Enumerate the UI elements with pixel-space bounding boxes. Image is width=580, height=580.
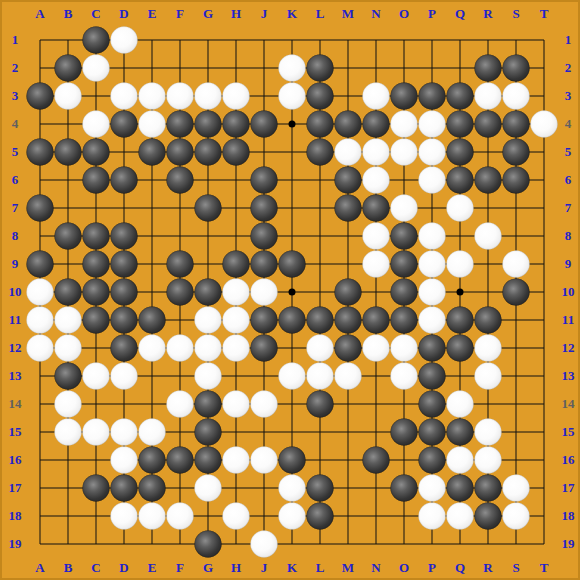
black-stone xyxy=(503,111,530,138)
white-stone xyxy=(279,503,306,530)
col-label: O xyxy=(399,560,409,576)
white-stone xyxy=(83,55,110,82)
row-label: 2 xyxy=(565,60,572,76)
black-stone xyxy=(195,419,222,446)
white-stone xyxy=(167,83,194,110)
black-stone xyxy=(83,139,110,166)
col-label: J xyxy=(261,6,268,22)
black-stone xyxy=(363,195,390,222)
white-stone xyxy=(223,391,250,418)
black-stone xyxy=(195,279,222,306)
white-stone xyxy=(363,223,390,250)
white-stone xyxy=(447,447,474,474)
row-label: 16 xyxy=(562,452,575,468)
white-stone xyxy=(139,335,166,362)
black-stone xyxy=(251,111,278,138)
row-label: 1 xyxy=(565,32,572,48)
white-stone xyxy=(531,111,558,138)
row-label: 3 xyxy=(565,88,572,104)
white-stone xyxy=(363,139,390,166)
col-label: R xyxy=(483,560,492,576)
black-stone xyxy=(83,27,110,54)
row-label: 7 xyxy=(12,200,19,216)
white-stone xyxy=(167,335,194,362)
black-stone xyxy=(503,55,530,82)
col-label: N xyxy=(371,560,380,576)
white-stone xyxy=(111,447,138,474)
white-stone xyxy=(391,363,418,390)
white-stone xyxy=(335,139,362,166)
row-label: 11 xyxy=(562,312,574,328)
black-stone xyxy=(111,251,138,278)
white-stone xyxy=(251,447,278,474)
row-label: 8 xyxy=(12,228,19,244)
white-stone xyxy=(139,503,166,530)
black-stone xyxy=(139,139,166,166)
white-stone xyxy=(111,503,138,530)
black-stone xyxy=(419,391,446,418)
col-label: G xyxy=(203,6,213,22)
row-label: 7 xyxy=(565,200,572,216)
black-stone xyxy=(251,167,278,194)
white-stone xyxy=(223,447,250,474)
black-stone xyxy=(363,447,390,474)
black-stone xyxy=(391,419,418,446)
black-stone xyxy=(335,279,362,306)
black-stone xyxy=(447,111,474,138)
black-stone xyxy=(167,167,194,194)
row-label: 6 xyxy=(565,172,572,188)
white-stone xyxy=(195,307,222,334)
black-stone xyxy=(195,111,222,138)
white-stone xyxy=(475,223,502,250)
row-label: 19 xyxy=(562,536,575,552)
black-stone xyxy=(391,223,418,250)
col-label: H xyxy=(231,560,241,576)
black-stone xyxy=(307,83,334,110)
black-stone xyxy=(419,447,446,474)
col-label: R xyxy=(483,6,492,22)
col-label: M xyxy=(342,560,354,576)
black-stone xyxy=(391,307,418,334)
white-stone xyxy=(111,363,138,390)
white-stone xyxy=(391,335,418,362)
white-stone xyxy=(55,391,82,418)
white-stone xyxy=(335,363,362,390)
white-stone xyxy=(251,279,278,306)
col-label: T xyxy=(540,560,549,576)
black-stone xyxy=(307,111,334,138)
black-stone xyxy=(195,391,222,418)
white-stone xyxy=(167,503,194,530)
row-label: 14 xyxy=(9,396,22,412)
white-stone xyxy=(475,335,502,362)
black-stone xyxy=(335,307,362,334)
row-label: 12 xyxy=(562,340,575,356)
black-stone xyxy=(279,307,306,334)
col-label: M xyxy=(342,6,354,22)
black-stone xyxy=(111,279,138,306)
black-stone xyxy=(475,111,502,138)
row-label: 9 xyxy=(565,256,572,272)
col-label: C xyxy=(91,560,100,576)
white-stone xyxy=(419,139,446,166)
black-stone xyxy=(363,307,390,334)
black-stone xyxy=(307,503,334,530)
black-stone xyxy=(55,223,82,250)
black-stone xyxy=(83,251,110,278)
black-stone xyxy=(167,447,194,474)
black-stone xyxy=(55,363,82,390)
white-stone xyxy=(503,475,530,502)
white-stone xyxy=(419,279,446,306)
col-label: B xyxy=(64,6,73,22)
white-stone xyxy=(279,55,306,82)
row-label: 18 xyxy=(9,508,22,524)
black-stone xyxy=(83,307,110,334)
white-stone xyxy=(419,167,446,194)
row-label: 14 xyxy=(562,396,575,412)
black-stone xyxy=(195,531,222,558)
row-label: 10 xyxy=(562,284,575,300)
black-stone xyxy=(195,447,222,474)
black-stone xyxy=(335,335,362,362)
black-stone xyxy=(475,475,502,502)
black-stone xyxy=(391,475,418,502)
white-stone xyxy=(83,419,110,446)
white-stone xyxy=(55,419,82,446)
col-label: P xyxy=(428,560,436,576)
star-point xyxy=(289,121,296,128)
black-stone xyxy=(223,251,250,278)
white-stone xyxy=(27,307,54,334)
black-stone xyxy=(363,111,390,138)
black-stone xyxy=(139,475,166,502)
white-stone xyxy=(307,335,334,362)
black-stone xyxy=(83,223,110,250)
white-stone xyxy=(447,251,474,278)
black-stone xyxy=(251,195,278,222)
white-stone xyxy=(279,363,306,390)
black-stone xyxy=(195,195,222,222)
black-stone xyxy=(335,167,362,194)
row-label: 8 xyxy=(565,228,572,244)
black-stone xyxy=(83,167,110,194)
white-stone xyxy=(475,447,502,474)
black-stone xyxy=(447,167,474,194)
row-label: 9 xyxy=(12,256,19,272)
white-stone xyxy=(419,475,446,502)
black-stone xyxy=(139,447,166,474)
white-stone xyxy=(27,279,54,306)
row-label: 4 xyxy=(565,116,572,132)
white-stone xyxy=(363,335,390,362)
white-stone xyxy=(223,83,250,110)
black-stone xyxy=(167,279,194,306)
black-stone xyxy=(307,139,334,166)
white-stone xyxy=(111,27,138,54)
white-stone xyxy=(419,251,446,278)
col-label: L xyxy=(316,560,325,576)
black-stone xyxy=(503,139,530,166)
star-point xyxy=(457,289,464,296)
row-label: 5 xyxy=(565,144,572,160)
black-stone xyxy=(279,251,306,278)
black-stone xyxy=(475,307,502,334)
black-stone xyxy=(251,307,278,334)
black-stone xyxy=(27,251,54,278)
black-stone xyxy=(307,55,334,82)
row-label: 15 xyxy=(562,424,575,440)
col-label: D xyxy=(119,560,128,576)
black-stone xyxy=(419,363,446,390)
white-stone xyxy=(139,83,166,110)
black-stone xyxy=(55,55,82,82)
black-stone xyxy=(251,251,278,278)
col-label: N xyxy=(371,6,380,22)
white-stone xyxy=(447,503,474,530)
white-stone xyxy=(419,503,446,530)
black-stone xyxy=(27,139,54,166)
black-stone xyxy=(167,139,194,166)
col-label: Q xyxy=(455,6,465,22)
row-label: 5 xyxy=(12,144,19,160)
black-stone xyxy=(279,447,306,474)
black-stone xyxy=(111,475,138,502)
white-stone xyxy=(251,531,278,558)
white-stone xyxy=(111,83,138,110)
white-stone xyxy=(363,83,390,110)
col-label: E xyxy=(148,560,157,576)
white-stone xyxy=(139,419,166,446)
goban-frame: AABBCCDDEEFFGGHHJJKKLLMMNNOOPPQQRRSSTT11… xyxy=(0,0,580,580)
row-label: 4 xyxy=(12,116,19,132)
row-label: 3 xyxy=(12,88,19,104)
white-stone xyxy=(223,279,250,306)
white-stone xyxy=(391,195,418,222)
row-label: 13 xyxy=(562,368,575,384)
col-label: A xyxy=(35,560,44,576)
white-stone xyxy=(55,335,82,362)
row-label: 6 xyxy=(12,172,19,188)
white-stone xyxy=(419,111,446,138)
row-label: 19 xyxy=(9,536,22,552)
row-label: 13 xyxy=(9,368,22,384)
black-stone xyxy=(335,111,362,138)
white-stone xyxy=(363,251,390,278)
black-stone xyxy=(55,279,82,306)
black-stone xyxy=(391,83,418,110)
white-stone xyxy=(419,307,446,334)
white-stone xyxy=(195,335,222,362)
black-stone xyxy=(251,335,278,362)
black-stone xyxy=(83,475,110,502)
white-stone xyxy=(251,391,278,418)
white-stone xyxy=(279,83,306,110)
row-label: 18 xyxy=(562,508,575,524)
col-label: D xyxy=(119,6,128,22)
white-stone xyxy=(503,503,530,530)
black-stone xyxy=(167,251,194,278)
black-stone xyxy=(447,419,474,446)
row-label: 17 xyxy=(562,480,575,496)
black-stone xyxy=(111,167,138,194)
col-label: B xyxy=(64,560,73,576)
black-stone xyxy=(307,391,334,418)
black-stone xyxy=(111,111,138,138)
white-stone xyxy=(195,83,222,110)
white-stone xyxy=(167,391,194,418)
black-stone xyxy=(223,139,250,166)
black-stone xyxy=(251,223,278,250)
white-stone xyxy=(503,83,530,110)
col-label: G xyxy=(203,560,213,576)
row-label: 16 xyxy=(9,452,22,468)
row-label: 10 xyxy=(9,284,22,300)
white-stone xyxy=(363,167,390,194)
black-stone xyxy=(335,195,362,222)
col-label: F xyxy=(176,560,184,576)
black-stone xyxy=(447,83,474,110)
white-stone xyxy=(55,83,82,110)
white-stone xyxy=(391,111,418,138)
black-stone xyxy=(83,279,110,306)
black-stone xyxy=(447,307,474,334)
row-label: 17 xyxy=(9,480,22,496)
row-label: 1 xyxy=(12,32,19,48)
black-stone xyxy=(475,167,502,194)
white-stone xyxy=(391,139,418,166)
black-stone xyxy=(111,223,138,250)
col-label: K xyxy=(287,560,297,576)
white-stone xyxy=(27,335,54,362)
black-stone xyxy=(139,307,166,334)
row-label: 2 xyxy=(12,60,19,76)
white-stone xyxy=(419,223,446,250)
col-label: O xyxy=(399,6,409,22)
white-stone xyxy=(83,111,110,138)
black-stone xyxy=(447,335,474,362)
black-stone xyxy=(195,139,222,166)
white-stone xyxy=(503,251,530,278)
black-stone xyxy=(475,55,502,82)
white-stone xyxy=(83,363,110,390)
row-label: 11 xyxy=(9,312,21,328)
col-label: Q xyxy=(455,560,465,576)
star-point xyxy=(289,289,296,296)
white-stone xyxy=(475,83,502,110)
black-stone xyxy=(223,111,250,138)
white-stone xyxy=(195,475,222,502)
white-stone xyxy=(279,475,306,502)
white-stone xyxy=(223,503,250,530)
white-stone xyxy=(447,195,474,222)
white-stone xyxy=(139,111,166,138)
white-stone xyxy=(307,363,334,390)
black-stone xyxy=(447,139,474,166)
white-stone xyxy=(475,363,502,390)
white-stone xyxy=(55,307,82,334)
black-stone xyxy=(307,307,334,334)
black-stone xyxy=(475,503,502,530)
row-label: 15 xyxy=(9,424,22,440)
white-stone xyxy=(111,419,138,446)
col-label: S xyxy=(512,6,519,22)
black-stone xyxy=(447,475,474,502)
black-stone xyxy=(503,167,530,194)
col-label: J xyxy=(261,560,268,576)
white-stone xyxy=(475,419,502,446)
col-label: F xyxy=(176,6,184,22)
col-label: L xyxy=(316,6,325,22)
black-stone xyxy=(111,307,138,334)
black-stone xyxy=(391,279,418,306)
black-stone xyxy=(111,335,138,362)
black-stone xyxy=(419,419,446,446)
black-stone xyxy=(391,251,418,278)
black-stone xyxy=(503,279,530,306)
white-stone xyxy=(223,335,250,362)
black-stone xyxy=(419,83,446,110)
col-label: S xyxy=(512,560,519,576)
black-stone xyxy=(419,335,446,362)
black-stone xyxy=(27,195,54,222)
col-label: T xyxy=(540,6,549,22)
col-label: K xyxy=(287,6,297,22)
black-stone xyxy=(307,475,334,502)
black-stone xyxy=(27,83,54,110)
col-label: E xyxy=(148,6,157,22)
white-stone xyxy=(447,391,474,418)
col-label: P xyxy=(428,6,436,22)
col-label: A xyxy=(35,6,44,22)
black-stone xyxy=(55,139,82,166)
row-label: 12 xyxy=(9,340,22,356)
white-stone xyxy=(223,307,250,334)
black-stone xyxy=(167,111,194,138)
white-stone xyxy=(195,363,222,390)
col-label: H xyxy=(231,6,241,22)
col-label: C xyxy=(91,6,100,22)
go-board[interactable] xyxy=(2,2,580,580)
